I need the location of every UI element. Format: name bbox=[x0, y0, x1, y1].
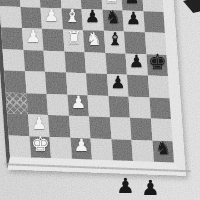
square-c1[interactable] bbox=[6, 92, 28, 114]
square-g8[interactable] bbox=[143, 11, 165, 33]
square-g3[interactable]: ♟ bbox=[40, 7, 62, 29]
square-e1[interactable] bbox=[3, 49, 25, 71]
square-e8[interactable]: ♚ bbox=[146, 54, 168, 76]
square-a2[interactable]: ♚ bbox=[29, 136, 51, 158]
square-f8[interactable] bbox=[144, 32, 166, 54]
square-e2[interactable] bbox=[23, 50, 45, 72]
square-e6[interactable] bbox=[105, 52, 127, 74]
square-a3[interactable] bbox=[50, 137, 72, 159]
captured-black-pawn-1[interactable]: ♟ bbox=[116, 176, 135, 197]
square-f3[interactable] bbox=[42, 29, 64, 51]
chessboard-photo: ♛♟♟♝♟♞♟♟♜♞♝♟♚♟♟♟♚♟♞ ♟♟ bbox=[0, 0, 200, 200]
square-c5[interactable] bbox=[87, 95, 109, 117]
square-f4[interactable]: ♜ bbox=[62, 29, 84, 51]
square-b3[interactable] bbox=[48, 115, 70, 137]
square-c2[interactable] bbox=[26, 93, 48, 115]
square-e5[interactable] bbox=[84, 52, 106, 74]
square-f7[interactable] bbox=[124, 32, 146, 54]
square-c6[interactable] bbox=[108, 96, 130, 118]
square-f1[interactable] bbox=[1, 27, 23, 49]
square-d2[interactable] bbox=[25, 71, 47, 93]
square-b8[interactable] bbox=[150, 119, 172, 141]
square-d4[interactable] bbox=[65, 73, 87, 95]
square-b4[interactable] bbox=[69, 116, 91, 138]
square-a4[interactable]: ♟ bbox=[70, 137, 92, 159]
square-d8[interactable] bbox=[147, 75, 169, 97]
square-d3[interactable] bbox=[45, 72, 67, 94]
square-b5[interactable] bbox=[89, 116, 111, 138]
square-b1[interactable] bbox=[7, 114, 29, 136]
chess-board: ♛♟♟♝♟♞♟♟♜♞♝♟♚♟♟♟♚♟♞ bbox=[0, 0, 186, 176]
square-h8[interactable] bbox=[141, 0, 163, 11]
square-g5[interactable]: ♟ bbox=[81, 9, 103, 31]
square-d7[interactable] bbox=[127, 75, 149, 97]
square-b6[interactable] bbox=[109, 117, 131, 139]
square-f2[interactable]: ♟ bbox=[22, 28, 44, 50]
square-d1[interactable] bbox=[4, 70, 26, 92]
square-e3[interactable] bbox=[43, 50, 65, 72]
square-c3[interactable] bbox=[47, 93, 69, 115]
square-g6[interactable]: ♞ bbox=[102, 9, 124, 31]
square-b2[interactable]: ♟ bbox=[28, 114, 50, 136]
square-c8[interactable] bbox=[149, 97, 171, 119]
square-a7[interactable] bbox=[131, 139, 153, 161]
square-g4[interactable]: ♝ bbox=[61, 8, 83, 30]
square-f5[interactable]: ♞ bbox=[83, 30, 105, 52]
square-g2[interactable] bbox=[20, 6, 42, 28]
square-d6[interactable]: ♟ bbox=[106, 74, 128, 96]
square-c4[interactable]: ♟ bbox=[67, 94, 89, 116]
square-e7[interactable]: ♟ bbox=[125, 53, 147, 75]
square-a6[interactable] bbox=[111, 139, 133, 161]
square-e4[interactable] bbox=[64, 51, 86, 73]
square-g7[interactable]: ♟ bbox=[122, 10, 144, 32]
square-f6[interactable]: ♝ bbox=[103, 31, 125, 53]
square-a8[interactable]: ♞ bbox=[152, 140, 174, 162]
square-a1[interactable] bbox=[9, 135, 31, 157]
square-c7[interactable] bbox=[128, 96, 150, 118]
table-corner-shadow bbox=[183, 0, 200, 13]
square-d5[interactable] bbox=[86, 73, 108, 95]
board-area: ♛♟♟♝♟♞♟♟♜♞♝♟♚♟♟♟♚♟♞ bbox=[0, 0, 186, 176]
square-a5[interactable] bbox=[91, 138, 113, 160]
captured-black-pawn-2[interactable]: ♟ bbox=[141, 178, 160, 199]
square-b7[interactable] bbox=[130, 118, 152, 140]
square-g1[interactable] bbox=[0, 6, 22, 28]
